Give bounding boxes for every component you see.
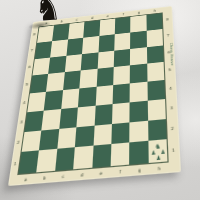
file-top-label-g: g (138, 11, 140, 14)
square-f5[interactable] (113, 66, 130, 86)
photo-scene: abcdefgh abcdefgh 87654321 87654321 Ches… (0, 0, 200, 200)
file-bottom-label-g: g (138, 168, 141, 173)
square-c4[interactable] (61, 88, 79, 108)
square-g5[interactable] (130, 64, 147, 84)
square-g4[interactable] (130, 82, 148, 102)
square-g2[interactable] (130, 120, 148, 142)
square-g1[interactable] (129, 141, 148, 165)
square-h7[interactable] (146, 29, 163, 47)
square-f2[interactable] (111, 122, 129, 144)
square-d5[interactable] (79, 69, 97, 88)
square-e2[interactable] (93, 124, 112, 146)
file-top-label-c: c (76, 18, 78, 21)
file-bottom-label-c: c (62, 174, 65, 179)
square-c3[interactable] (59, 107, 78, 128)
square-e4[interactable] (95, 85, 113, 105)
rank-right-label-2: 2 (171, 127, 174, 131)
chessboard-mat: abcdefgh abcdefgh 87654321 87654321 Ches… (8, 6, 181, 186)
square-b1[interactable] (37, 149, 57, 172)
square-h5[interactable] (147, 62, 164, 82)
square-f1[interactable] (111, 143, 130, 167)
square-e1[interactable] (92, 144, 111, 167)
rank-right-label-7: 7 (167, 34, 170, 38)
rank-left-label-6: 6 (28, 65, 31, 69)
square-c7[interactable] (66, 38, 83, 56)
square-f3[interactable] (112, 102, 130, 123)
square-e5[interactable] (96, 67, 113, 87)
square-b6[interactable] (48, 55, 66, 74)
square-b5[interactable] (46, 72, 64, 91)
square-e3[interactable] (94, 104, 112, 125)
square-b4[interactable] (44, 90, 63, 110)
file-top-label-d: d (91, 16, 94, 19)
square-d2[interactable] (75, 125, 94, 147)
rank-left-label-3: 3 (20, 120, 23, 124)
rank-left-label-5: 5 (25, 83, 28, 87)
square-d6[interactable] (81, 52, 98, 71)
square-h2[interactable] (148, 119, 167, 141)
square-d1[interactable] (73, 146, 93, 169)
square-b7[interactable] (51, 39, 68, 57)
square-g7[interactable] (130, 31, 146, 49)
brand-text: Chess House (169, 43, 174, 66)
square-c6[interactable] (65, 54, 83, 73)
square-b3[interactable] (42, 109, 61, 130)
file-bottom-label-e: e (100, 171, 103, 176)
file-top-label-f: f (123, 13, 124, 16)
square-d7[interactable] (82, 36, 99, 54)
square-d4[interactable] (78, 87, 96, 107)
rank-right-label-5: 5 (168, 68, 171, 72)
board-grid (17, 12, 168, 175)
emblem-piece-4-icon: ♟ (156, 155, 161, 161)
square-h4[interactable] (147, 80, 165, 101)
square-f6[interactable] (114, 49, 131, 68)
square-c5[interactable] (63, 71, 81, 90)
rank-right-label-3: 3 (170, 106, 173, 110)
file-bottom-label-f: f (119, 169, 121, 174)
file-bottom-label-h: h (157, 166, 160, 171)
rank-right-label-4: 4 (169, 87, 172, 91)
rank-left-label-7: 7 (30, 49, 33, 53)
square-c2[interactable] (57, 127, 76, 149)
file-bottom-label-d: d (80, 172, 83, 177)
square-f4[interactable] (112, 83, 130, 103)
corner-emblem: ♞♟♟♟ (151, 143, 166, 162)
black-knight-piece[interactable]: ♞ (34, 0, 62, 27)
file-bottom-label-a: a (24, 177, 27, 182)
rank-left-label-8: 8 (33, 33, 36, 36)
rank-right-label-8: 8 (166, 18, 169, 21)
square-f7[interactable] (114, 32, 130, 50)
rank-right-label-1: 1 (172, 148, 175, 153)
square-h6[interactable] (147, 45, 164, 64)
emblem-piece-3-icon: ♟ (160, 149, 165, 155)
square-b2[interactable] (39, 128, 59, 150)
square-c1[interactable] (55, 147, 75, 170)
square-g6[interactable] (130, 47, 147, 66)
rank-left-label-1: 1 (13, 162, 16, 167)
square-d3[interactable] (77, 105, 96, 126)
square-h3[interactable] (147, 99, 165, 120)
square-e6[interactable] (97, 50, 114, 69)
square-g3[interactable] (130, 100, 148, 121)
rank-left-label-2: 2 (17, 141, 20, 145)
file-top-label-h: h (153, 9, 156, 12)
file-top-label-e: e (106, 14, 108, 17)
file-bottom-label-b: b (43, 175, 46, 180)
square-e7[interactable] (98, 34, 115, 52)
rank-left-label-4: 4 (23, 101, 26, 105)
